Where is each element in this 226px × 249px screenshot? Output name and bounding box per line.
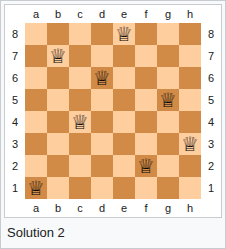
- white-queen: ♕: [115, 23, 133, 45]
- square-e3: [113, 133, 135, 155]
- square-f6: [135, 67, 157, 89]
- file-label-a-bottom: a: [25, 199, 47, 217]
- rank-label-6-right: 6: [201, 67, 221, 89]
- square-e2: [113, 155, 135, 177]
- rank-label-5-left: 5: [5, 89, 25, 111]
- square-b5: [47, 89, 69, 111]
- square-h3: ♕: [179, 133, 201, 155]
- square-e8: ♕: [113, 23, 135, 45]
- board-corner: [5, 5, 25, 23]
- square-d1: [91, 177, 113, 199]
- rank-label-2-right: 2: [201, 155, 221, 177]
- square-d4: [91, 111, 113, 133]
- file-label-f-bottom: f: [135, 199, 157, 217]
- file-label-g-bottom: g: [157, 199, 179, 217]
- square-f4: [135, 111, 157, 133]
- white-queen: ♕: [49, 45, 67, 67]
- square-d6: ♕: [91, 67, 113, 89]
- square-c6: [69, 67, 91, 89]
- square-f3: [135, 133, 157, 155]
- white-queen: ♕: [93, 67, 111, 89]
- file-label-c-top: c: [69, 5, 91, 23]
- square-h8: [179, 23, 201, 45]
- file-label-b-bottom: b: [47, 199, 69, 217]
- square-f7: [135, 45, 157, 67]
- square-b3: [47, 133, 69, 155]
- square-a7: [25, 45, 47, 67]
- square-f8: [135, 23, 157, 45]
- square-d3: [91, 133, 113, 155]
- file-label-e-bottom: e: [113, 199, 135, 217]
- rank-label-8-left: 8: [5, 23, 25, 45]
- board-corner: [5, 199, 25, 217]
- square-a3: [25, 133, 47, 155]
- square-b7: ♕: [47, 45, 69, 67]
- file-label-f-top: f: [135, 5, 157, 23]
- file-label-d-top: d: [91, 5, 113, 23]
- rank-label-6-left: 6: [5, 67, 25, 89]
- rank-label-3-right: 3: [201, 133, 221, 155]
- square-e1: [113, 177, 135, 199]
- square-a6: [25, 67, 47, 89]
- square-d2: [91, 155, 113, 177]
- file-label-h-bottom: h: [179, 199, 201, 217]
- square-a4: [25, 111, 47, 133]
- white-queen: ♕: [181, 133, 199, 155]
- square-a1: ♕: [25, 177, 47, 199]
- file-label-a-top: a: [25, 5, 47, 23]
- square-e6: [113, 67, 135, 89]
- square-f1: [135, 177, 157, 199]
- white-queen: ♕: [159, 89, 177, 111]
- white-queen: ♕: [137, 155, 155, 177]
- square-a2: [25, 155, 47, 177]
- chessboard: abcdefgh8♕87♕76♕65♕54♕43♕32♕21♕1abcdefgh: [5, 5, 221, 217]
- file-label-e-top: e: [113, 5, 135, 23]
- square-c8: [69, 23, 91, 45]
- square-d8: [91, 23, 113, 45]
- square-h5: [179, 89, 201, 111]
- square-h4: [179, 111, 201, 133]
- square-h2: [179, 155, 201, 177]
- rank-label-7-right: 7: [201, 45, 221, 67]
- white-queen: ♕: [27, 177, 45, 199]
- square-c5: [69, 89, 91, 111]
- square-c1: [69, 177, 91, 199]
- square-d5: [91, 89, 113, 111]
- square-c2: [69, 155, 91, 177]
- square-e5: [113, 89, 135, 111]
- white-queen: ♕: [71, 111, 89, 133]
- square-h6: [179, 67, 201, 89]
- square-g5: ♕: [157, 89, 179, 111]
- board-corner: [201, 5, 221, 23]
- square-a5: [25, 89, 47, 111]
- file-label-d-bottom: d: [91, 199, 113, 217]
- rank-label-8-right: 8: [201, 23, 221, 45]
- square-e7: [113, 45, 135, 67]
- rank-label-7-left: 7: [5, 45, 25, 67]
- rank-label-4-left: 4: [5, 111, 25, 133]
- square-e4: [113, 111, 135, 133]
- square-g3: [157, 133, 179, 155]
- square-g4: [157, 111, 179, 133]
- square-g1: [157, 177, 179, 199]
- square-c7: [69, 45, 91, 67]
- square-f2: ♕: [135, 155, 157, 177]
- board-corner: [201, 199, 221, 217]
- square-a8: [25, 23, 47, 45]
- file-label-b-top: b: [47, 5, 69, 23]
- square-b4: [47, 111, 69, 133]
- rank-label-1-right: 1: [201, 177, 221, 199]
- square-b6: [47, 67, 69, 89]
- square-b2: [47, 155, 69, 177]
- rank-label-3-left: 3: [5, 133, 25, 155]
- square-g6: [157, 67, 179, 89]
- chessboard-container: abcdefgh8♕87♕76♕65♕54♕43♕32♕21♕1abcdefgh: [4, 4, 222, 218]
- rank-label-4-right: 4: [201, 111, 221, 133]
- caption: Solution 2: [1, 218, 225, 249]
- square-h7: [179, 45, 201, 67]
- rank-label-2-left: 2: [5, 155, 25, 177]
- file-label-h-top: h: [179, 5, 201, 23]
- file-label-c-bottom: c: [69, 199, 91, 217]
- square-b8: [47, 23, 69, 45]
- square-c4: ♕: [69, 111, 91, 133]
- square-g2: [157, 155, 179, 177]
- rank-label-1-left: 1: [5, 177, 25, 199]
- file-label-g-top: g: [157, 5, 179, 23]
- square-g8: [157, 23, 179, 45]
- rank-label-5-right: 5: [201, 89, 221, 111]
- square-b1: [47, 177, 69, 199]
- square-d7: [91, 45, 113, 67]
- square-f5: [135, 89, 157, 111]
- diagram-frame: abcdefgh8♕87♕76♕65♕54♕43♕32♕21♕1abcdefgh…: [0, 0, 226, 249]
- square-g7: [157, 45, 179, 67]
- square-h1: [179, 177, 201, 199]
- square-c3: [69, 133, 91, 155]
